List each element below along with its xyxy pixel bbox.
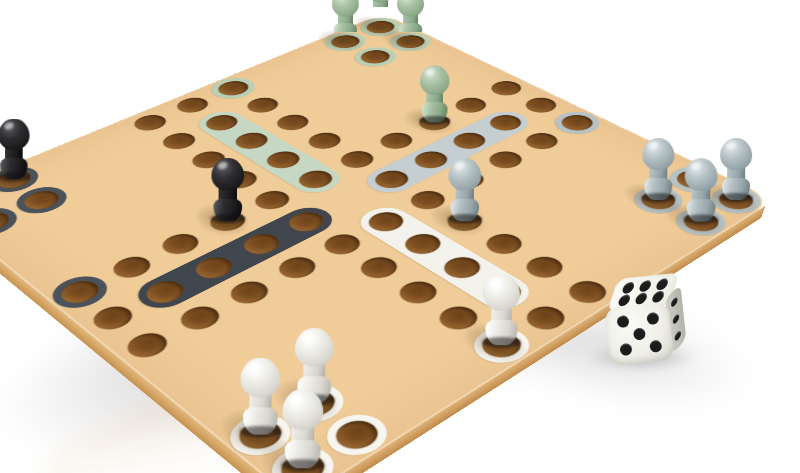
- die[interactable]: [593, 265, 703, 375]
- green-peg-body: [394, 0, 426, 42]
- green-peg-body: [417, 66, 452, 123]
- peg-head: [332, 0, 359, 17]
- peg-hole[interactable]: [237, 230, 286, 258]
- peg-hole[interactable]: [335, 148, 380, 171]
- peg-hole[interactable]: [520, 130, 564, 152]
- peg-hole[interactable]: [484, 112, 527, 134]
- green-peg[interactable]: [417, 66, 452, 123]
- die-pip: [621, 281, 636, 294]
- peg-head: [212, 158, 245, 191]
- white-peg[interactable]: [279, 389, 327, 468]
- die-pip: [655, 278, 670, 291]
- peg-head: [685, 158, 718, 191]
- white-peg-body: [237, 358, 284, 435]
- board-cell-6-7: [256, 244, 338, 292]
- peg-hole[interactable]: [272, 253, 322, 282]
- peg-hole[interactable]: [318, 230, 367, 258]
- gray-peg-body: [445, 158, 484, 221]
- gray-peg-body: [640, 138, 678, 200]
- peg-hole[interactable]: [486, 79, 527, 99]
- board-cell-5-4: [354, 160, 429, 200]
- peg-hole[interactable]: [520, 95, 562, 116]
- peg-head: [420, 66, 449, 95]
- peg-hole[interactable]: [447, 130, 491, 152]
- die-pip: [650, 340, 663, 353]
- ludo-board: [0, 13, 774, 473]
- peg-hole[interactable]: [173, 302, 225, 334]
- die-pip: [651, 291, 666, 304]
- peg-hole[interactable]: [224, 277, 275, 307]
- peg-head: [367, 0, 393, 3]
- peg-hole[interactable]: [271, 112, 314, 134]
- gray-peg[interactable]: [445, 158, 484, 221]
- die-pip: [647, 312, 660, 325]
- green-peg-body: [365, 0, 396, 27]
- peg-hole[interactable]: [302, 130, 346, 152]
- peg-head: [483, 274, 520, 311]
- white-peg-body: [279, 389, 327, 468]
- white-peg[interactable]: [237, 358, 284, 435]
- board-perspective-wrapper: [0, 0, 800, 473]
- black-peg-body: [0, 158, 11, 221]
- black-marker-ring: [43, 270, 117, 314]
- black-peg[interactable]: [0, 158, 11, 221]
- board-cell-6-10: [103, 318, 192, 373]
- peg-head: [282, 389, 323, 430]
- peg-head: [295, 328, 334, 367]
- peg-hole[interactable]: [450, 95, 492, 116]
- die-pip: [616, 315, 629, 328]
- peg-head: [241, 358, 281, 398]
- black-peg-body: [209, 158, 248, 221]
- gray-peg[interactable]: [682, 158, 721, 221]
- peg-hole[interactable]: [393, 277, 444, 307]
- peg-head: [397, 0, 424, 17]
- peg-hole[interactable]: [375, 130, 419, 152]
- peg-hole[interactable]: [250, 187, 297, 212]
- green-peg[interactable]: [330, 0, 362, 42]
- green-peg[interactable]: [365, 0, 396, 27]
- product-photo-scene: { "game": "ludo", "game_description": "W…: [0, 0, 800, 473]
- green-peg-body: [330, 0, 362, 42]
- die-pip: [619, 343, 632, 356]
- green-peg[interactable]: [394, 0, 426, 42]
- peg-hole[interactable]: [479, 230, 528, 258]
- peg-head: [0, 158, 8, 191]
- gray-peg[interactable]: [717, 138, 755, 200]
- peg-hole[interactable]: [519, 302, 571, 334]
- peg-hole[interactable]: [189, 253, 239, 282]
- peg-hole[interactable]: [120, 328, 174, 362]
- die-pip: [670, 296, 677, 309]
- peg-hole[interactable]: [354, 253, 404, 282]
- peg-hole[interactable]: [433, 302, 485, 334]
- die-front-face: [605, 302, 675, 366]
- gray-peg-body: [682, 158, 721, 221]
- peg-hole[interactable]: [519, 253, 569, 282]
- die-pip: [638, 279, 653, 292]
- peg-hole[interactable]: [157, 130, 201, 152]
- white-peg[interactable]: [480, 274, 524, 345]
- peg-hole[interactable]: [87, 302, 139, 334]
- gray-peg[interactable]: [640, 138, 678, 200]
- peg-hole[interactable]: [283, 208, 331, 235]
- peg-hole[interactable]: [483, 148, 528, 171]
- peg-hole[interactable]: [362, 208, 410, 235]
- peg-hole[interactable]: [404, 187, 451, 212]
- white-peg-body: [480, 274, 524, 345]
- black-peg[interactable]: [209, 158, 248, 221]
- gray-peg-body: [717, 138, 755, 200]
- die-pip: [633, 327, 646, 340]
- peg-base-seam: [684, 214, 719, 223]
- peg-hole[interactable]: [107, 253, 157, 282]
- die-pip: [674, 330, 681, 343]
- peg-head: [643, 138, 675, 170]
- die-pip: [672, 313, 679, 326]
